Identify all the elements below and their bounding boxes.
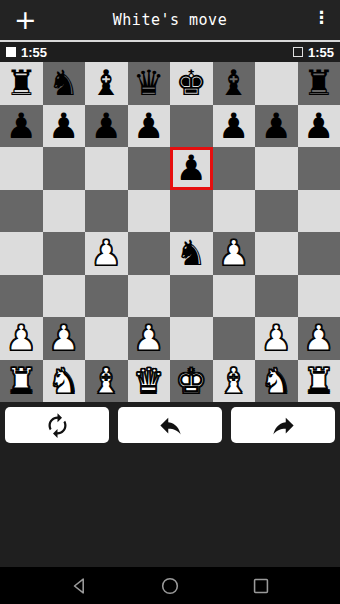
square-h5[interactable] [298,190,340,233]
square-c2[interactable] [85,317,128,360]
square-g8[interactable] [255,62,298,105]
square-f2[interactable] [213,317,256,360]
square-e6[interactable]: ♟ [170,147,213,190]
white-clock-time: 1:55 [21,45,47,60]
square-c4[interactable]: ♟ [85,232,128,275]
white-pawn: ♟ [91,232,122,274]
black-clock: 1:55 [293,45,334,60]
square-g5[interactable] [255,190,298,233]
square-d6[interactable] [128,147,171,190]
background-area [0,443,340,567]
square-a6[interactable] [0,147,43,190]
white-clock: 1:55 [6,45,47,60]
redo-button[interactable] [231,407,335,443]
square-a7[interactable]: ♟ [0,105,43,148]
square-f3[interactable] [213,275,256,318]
square-h6[interactable] [298,147,340,190]
square-d2[interactable]: ♟ [128,317,171,360]
square-h3[interactable] [298,275,340,318]
square-b6[interactable] [43,147,86,190]
black-knight: ♞ [176,232,207,274]
square-f5[interactable] [213,190,256,233]
white-pawn: ♟ [303,317,334,359]
rotate-icon [44,412,71,439]
black-pawn: ♟ [6,105,37,147]
square-a2[interactable]: ♟ [0,317,43,360]
clock-bar: 1:55 1:55 [0,40,340,62]
white-bishop: ♝ [218,360,249,402]
black-pawn: ♟ [176,147,207,189]
square-b8[interactable]: ♞ [43,62,86,105]
nav-back-button[interactable] [69,575,91,597]
black-pawn: ♟ [133,105,164,147]
black-bishop: ♝ [218,62,249,104]
white-rook: ♜ [6,360,37,402]
white-pawn: ♟ [261,317,292,359]
square-h7[interactable]: ♟ [298,105,340,148]
square-b3[interactable] [43,275,86,318]
square-b7[interactable]: ♟ [43,105,86,148]
white-knight: ♞ [261,360,292,402]
square-f6[interactable] [213,147,256,190]
recents-square-icon [250,575,272,597]
square-a5[interactable] [0,190,43,233]
square-b5[interactable] [43,190,86,233]
black-clock-time: 1:55 [308,45,334,60]
white-pawn: ♟ [218,232,249,274]
white-king: ♚ [176,360,207,402]
square-g3[interactable] [255,275,298,318]
square-a8[interactable]: ♜ [0,62,43,105]
square-c3[interactable] [85,275,128,318]
white-player-square-icon [6,47,16,57]
controls-bar [5,407,335,443]
black-queen: ♛ [133,62,164,104]
square-g2[interactable]: ♟ [255,317,298,360]
title-bar: + White's move ⋮ [0,0,340,40]
android-nav-bar [0,567,340,604]
black-player-square-icon [293,47,303,57]
square-g4[interactable] [255,232,298,275]
square-a3[interactable] [0,275,43,318]
home-circle-icon [159,575,181,597]
redo-icon [270,412,297,439]
square-b2[interactable]: ♟ [43,317,86,360]
app-window: + White's move ⋮ 1:55 1:55 ♜♞♝♛♚♝♜♟♟♟♟♟♟… [0,0,340,604]
undo-button[interactable] [118,407,222,443]
rotate-button[interactable] [5,407,109,443]
square-d8[interactable]: ♛ [128,62,171,105]
white-pawn: ♟ [133,317,164,359]
square-c5[interactable] [85,190,128,233]
square-g6[interactable] [255,147,298,190]
square-d1[interactable]: ♛ [128,360,171,403]
square-e3[interactable] [170,275,213,318]
square-c8[interactable]: ♝ [85,62,128,105]
square-a4[interactable] [0,232,43,275]
black-pawn: ♟ [303,105,334,147]
square-h8[interactable]: ♜ [298,62,340,105]
black-bishop: ♝ [91,62,122,104]
square-g7[interactable]: ♟ [255,105,298,148]
back-triangle-icon [69,575,91,597]
black-king: ♚ [176,62,207,104]
nav-recents-button[interactable] [250,575,272,597]
square-e2[interactable] [170,317,213,360]
square-e1[interactable]: ♚ [170,360,213,403]
square-b4[interactable] [43,232,86,275]
page-title: White's move [0,0,340,40]
square-e4[interactable]: ♞ [170,232,213,275]
square-c6[interactable] [85,147,128,190]
square-e8[interactable]: ♚ [170,62,213,105]
black-pawn: ♟ [91,105,122,147]
black-rook: ♜ [6,62,37,104]
square-g1[interactable]: ♞ [255,360,298,403]
square-f1[interactable]: ♝ [213,360,256,403]
square-d7[interactable]: ♟ [128,105,171,148]
square-c1[interactable]: ♝ [85,360,128,403]
square-d4[interactable] [128,232,171,275]
white-pawn: ♟ [6,317,37,359]
square-f4[interactable]: ♟ [213,232,256,275]
square-e7[interactable] [170,105,213,148]
square-h2[interactable]: ♟ [298,317,340,360]
white-knight: ♞ [48,360,79,402]
square-h1[interactable]: ♜ [298,360,340,403]
nav-home-button[interactable] [159,575,181,597]
square-a1[interactable]: ♜ [0,360,43,403]
white-queen: ♛ [133,360,164,402]
square-h4[interactable] [298,232,340,275]
square-d5[interactable] [128,190,171,233]
square-e5[interactable] [170,190,213,233]
undo-icon [157,412,184,439]
square-c7[interactable]: ♟ [85,105,128,148]
black-pawn: ♟ [48,105,79,147]
white-bishop: ♝ [91,360,122,402]
black-knight: ♞ [48,62,79,104]
black-pawn: ♟ [218,105,249,147]
black-rook: ♜ [303,62,334,104]
square-d3[interactable] [128,275,171,318]
square-f8[interactable]: ♝ [213,62,256,105]
white-rook: ♜ [303,360,334,402]
square-b1[interactable]: ♞ [43,360,86,403]
square-f7[interactable]: ♟ [213,105,256,148]
chess-board: ♜♞♝♛♚♝♜♟♟♟♟♟♟♟♟♟♞♟♟♟♟♟♟♜♞♝♛♚♝♞♜ [0,62,340,402]
white-pawn: ♟ [48,317,79,359]
black-pawn: ♟ [261,105,292,147]
overflow-menu-icon[interactable]: ⋮ [313,9,330,26]
